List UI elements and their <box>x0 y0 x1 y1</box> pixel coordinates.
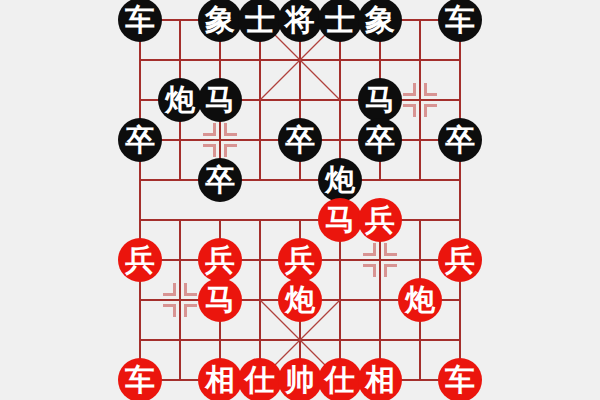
xiangqi-board-screen: 车象士将士象车炮马马卒卒卒卒卒炮马兵兵兵兵兵马炮炮车相仕帅仕相车 <box>0 0 600 400</box>
red-chariot[interactable]: 车 <box>118 358 162 400</box>
black-soldier[interactable]: 卒 <box>198 158 242 202</box>
red-advisor[interactable]: 仕 <box>238 358 282 400</box>
black-soldier[interactable]: 卒 <box>438 118 482 162</box>
point-marker-b7 <box>160 280 200 320</box>
black-soldier[interactable]: 卒 <box>278 118 322 162</box>
red-soldier[interactable]: 兵 <box>198 238 242 282</box>
point-marker-corner <box>384 243 397 256</box>
point-marker-corner <box>384 264 397 277</box>
point-marker-corner <box>424 83 437 96</box>
point-marker-corner <box>203 144 216 157</box>
point-marker-corner <box>363 243 376 256</box>
point-marker-g6 <box>360 240 400 280</box>
point-marker-corner <box>163 283 176 296</box>
point-marker-corner <box>163 304 176 317</box>
red-chariot[interactable]: 车 <box>438 358 482 400</box>
board: 车象士将士象车炮马马卒卒卒卒卒炮马兵兵兵兵兵马炮炮车相仕帅仕相车 <box>120 0 480 400</box>
black-elephant[interactable]: 象 <box>358 0 402 42</box>
point-marker-corner <box>363 264 376 277</box>
point-marker-corner <box>403 83 416 96</box>
black-soldier[interactable]: 卒 <box>118 118 162 162</box>
point-marker-corner <box>184 283 197 296</box>
black-soldier[interactable]: 卒 <box>358 118 402 162</box>
red-soldier[interactable]: 兵 <box>358 198 402 242</box>
point-marker-corner <box>184 304 197 317</box>
black-horse[interactable]: 马 <box>358 78 402 122</box>
red-cannon[interactable]: 炮 <box>278 278 322 322</box>
black-general[interactable]: 将 <box>278 0 322 42</box>
point-marker-corner <box>203 123 216 136</box>
point-marker-corner <box>224 123 237 136</box>
point-marker-corner <box>403 104 416 117</box>
point-marker-c3 <box>200 120 240 160</box>
red-soldier[interactable]: 兵 <box>278 238 322 282</box>
black-chariot[interactable]: 车 <box>438 0 482 42</box>
red-cannon[interactable]: 炮 <box>398 278 442 322</box>
black-chariot[interactable]: 车 <box>118 0 162 42</box>
point-marker-corner <box>224 144 237 157</box>
point-marker-h2 <box>400 80 440 120</box>
black-horse[interactable]: 马 <box>198 78 242 122</box>
red-advisor[interactable]: 仕 <box>318 358 362 400</box>
black-elephant[interactable]: 象 <box>198 0 242 42</box>
red-soldier[interactable]: 兵 <box>438 238 482 282</box>
black-advisor[interactable]: 士 <box>238 0 282 42</box>
red-horse[interactable]: 马 <box>318 198 362 242</box>
red-general[interactable]: 帅 <box>278 358 322 400</box>
black-cannon[interactable]: 炮 <box>158 78 202 122</box>
red-elephant[interactable]: 相 <box>358 358 402 400</box>
red-elephant[interactable]: 相 <box>198 358 242 400</box>
black-cannon[interactable]: 炮 <box>318 158 362 202</box>
red-soldier[interactable]: 兵 <box>118 238 162 282</box>
point-marker-corner <box>424 104 437 117</box>
red-horse[interactable]: 马 <box>198 278 242 322</box>
black-advisor[interactable]: 士 <box>318 0 362 42</box>
